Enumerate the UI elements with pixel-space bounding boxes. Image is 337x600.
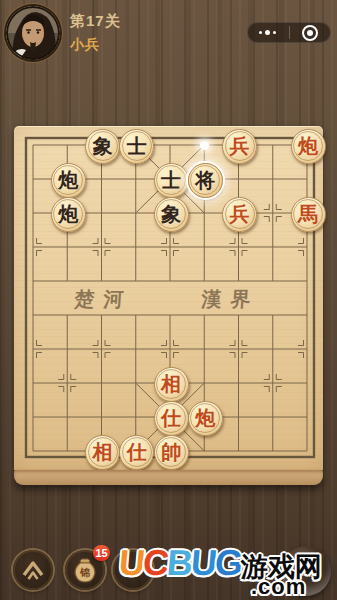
decorative-sphere	[281, 546, 331, 596]
player-avatar[interactable]	[6, 6, 60, 60]
piece-black-advisor-2[interactable]: 士	[154, 163, 189, 198]
piece-black-advisor-1[interactable]: 士	[119, 129, 154, 164]
piece-red-elephant-1[interactable]: 相	[154, 367, 189, 402]
xiangqi-board[interactable]: 楚河 漢界 象士兵炮炮士将炮象兵馬相仕炮相仕帥	[14, 126, 323, 470]
river-label-right: 漢界	[188, 286, 264, 313]
piece-red-cannon-1[interactable]: 炮	[291, 129, 326, 164]
bag-count-badge: 15	[93, 545, 110, 561]
more-button[interactable]	[247, 22, 289, 43]
expand-menu-button[interactable]	[13, 550, 53, 590]
exit-button[interactable]	[290, 22, 332, 43]
piece-black-cannon-2[interactable]: 炮	[51, 197, 86, 232]
svg-text:锦: 锦	[79, 567, 90, 578]
piece-black-elephant-2[interactable]: 象	[154, 197, 189, 232]
piece-red-soldier-2[interactable]: 兵	[222, 197, 257, 232]
piece-red-elephant-2[interactable]: 相	[85, 435, 120, 470]
piece-black-general[interactable]: 将	[188, 163, 223, 198]
board-front-edge	[14, 470, 323, 485]
piece-red-horse[interactable]: 馬	[291, 197, 326, 232]
chevron-up-icon	[18, 555, 48, 585]
river-label-left: 楚河	[61, 286, 137, 313]
game-screen: 第17关 小兵 楚河 漢界 象士兵炮炮士将炮象兵馬相仕炮相仕帥 锦 15	[0, 0, 337, 600]
more-dots-icon	[259, 30, 276, 35]
piece-black-cannon-1[interactable]: 炮	[51, 163, 86, 198]
piece-red-soldier-1[interactable]: 兵	[222, 129, 257, 164]
piece-red-advisor-2[interactable]: 仕	[119, 435, 154, 470]
avatar-portrait	[6, 6, 60, 60]
extra-tool-button[interactable]	[113, 550, 153, 590]
level-label: 第17关	[70, 12, 121, 31]
piece-red-general[interactable]: 帥	[154, 435, 189, 470]
last-move-origin-marker	[200, 141, 209, 150]
piece-red-advisor-1[interactable]: 仕	[154, 401, 189, 436]
piece-red-cannon-2[interactable]: 炮	[188, 401, 223, 436]
rank-label: 小兵	[70, 36, 121, 54]
header-titles: 第17关 小兵	[70, 12, 121, 54]
piece-black-elephant-1[interactable]: 象	[85, 129, 120, 164]
exit-target-icon	[302, 25, 318, 41]
wechat-capsule	[247, 22, 331, 43]
